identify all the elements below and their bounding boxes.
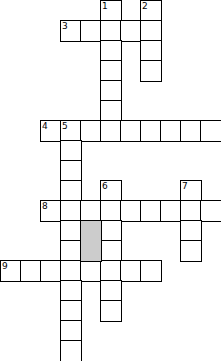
cell-r13c2[interactable] xyxy=(41,261,61,281)
clue-number: 2 xyxy=(142,1,148,11)
cell-r3c5[interactable] xyxy=(101,61,121,81)
cell-r1c3[interactable]: 3 xyxy=(61,21,81,41)
cell-r17c3[interactable] xyxy=(61,341,81,361)
cell-r15c5[interactable] xyxy=(101,301,121,321)
cell-r10c8[interactable] xyxy=(161,201,181,221)
cell-r6c6[interactable] xyxy=(121,121,141,141)
cell-r9c5[interactable]: 6 xyxy=(101,181,121,201)
cell-r13c6[interactable] xyxy=(121,261,141,281)
cell-r10c6[interactable] xyxy=(121,201,141,221)
cell-r11c9[interactable] xyxy=(181,221,201,241)
cell-r8c3[interactable] xyxy=(61,161,81,181)
clue-number: 7 xyxy=(182,181,188,191)
cell-r10c9[interactable] xyxy=(181,201,201,221)
cell-r4c5[interactable] xyxy=(101,81,121,101)
cell-r9c9[interactable]: 7 xyxy=(181,181,201,201)
cell-r6c10[interactable] xyxy=(201,121,221,141)
crossword-grid: 123456789 xyxy=(0,0,221,361)
cell-r1c6[interactable] xyxy=(121,21,141,41)
cell-r6c9[interactable] xyxy=(181,121,201,141)
cell-r7c3[interactable] xyxy=(61,141,81,161)
cell-r9c3[interactable] xyxy=(61,181,81,201)
clue-number: 5 xyxy=(62,121,68,131)
cell-r2c7[interactable] xyxy=(141,41,161,61)
cell-r2c5[interactable] xyxy=(101,41,121,61)
cell-r12c5[interactable] xyxy=(101,241,121,261)
cell-r14c3[interactable] xyxy=(61,281,81,301)
clue-number: 4 xyxy=(42,121,48,131)
cell-r13c7[interactable] xyxy=(141,261,161,281)
cell-r6c4[interactable] xyxy=(81,121,101,141)
cell-r13c1[interactable] xyxy=(21,261,41,281)
cell-r11c3[interactable] xyxy=(61,221,81,241)
cell-r6c2[interactable]: 4 xyxy=(41,121,61,141)
cell-r6c3[interactable]: 5 xyxy=(61,121,81,141)
cell-r10c2[interactable]: 8 xyxy=(41,201,61,221)
cell-r0c5[interactable]: 1 xyxy=(101,1,121,21)
cell-r12c3[interactable] xyxy=(61,241,81,261)
cell-r10c5[interactable] xyxy=(101,201,121,221)
cell-r6c7[interactable] xyxy=(141,121,161,141)
cell-r11c5[interactable] xyxy=(101,221,121,241)
clue-number: 1 xyxy=(102,1,108,11)
highlighted-cells[interactable] xyxy=(81,221,101,261)
clue-number: 6 xyxy=(102,181,108,191)
cell-r15c3[interactable] xyxy=(61,301,81,321)
cell-r12c9[interactable] xyxy=(181,241,201,261)
cell-r1c5[interactable] xyxy=(101,21,121,41)
cell-r10c10[interactable] xyxy=(201,201,221,221)
clue-number: 3 xyxy=(62,21,68,31)
cell-r1c4[interactable] xyxy=(81,21,101,41)
clue-number: 8 xyxy=(42,201,48,211)
cell-r13c4[interactable] xyxy=(81,261,101,281)
cell-r6c5[interactable] xyxy=(101,121,121,141)
cell-r13c0[interactable]: 9 xyxy=(1,261,21,281)
cell-r0c7[interactable]: 2 xyxy=(141,1,161,21)
clue-number: 9 xyxy=(2,261,8,271)
cell-r10c3[interactable] xyxy=(61,201,81,221)
cell-r1c7[interactable] xyxy=(141,21,161,41)
cell-r14c5[interactable] xyxy=(101,281,121,301)
cell-r6c8[interactable] xyxy=(161,121,181,141)
cell-r13c3[interactable] xyxy=(61,261,81,281)
cell-r3c7[interactable] xyxy=(141,61,161,81)
cell-r5c5[interactable] xyxy=(101,101,121,121)
cell-r10c4[interactable] xyxy=(81,201,101,221)
cell-r13c5[interactable] xyxy=(101,261,121,281)
cell-r16c3[interactable] xyxy=(61,321,81,341)
cell-r10c7[interactable] xyxy=(141,201,161,221)
